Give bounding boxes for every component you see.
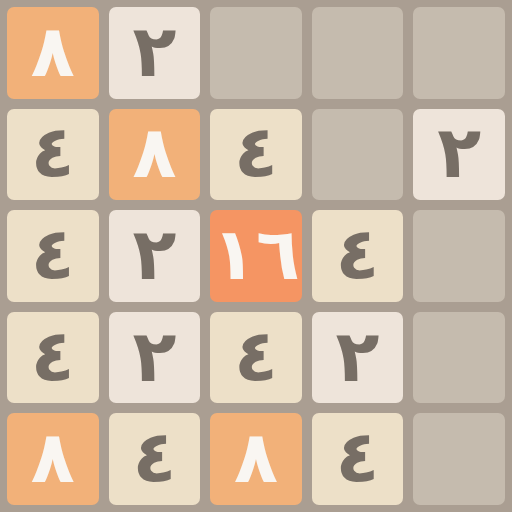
tile-number: ٤ bbox=[31, 218, 75, 290]
tile-2-r3c2: ٢ bbox=[109, 210, 201, 302]
tile-4-r2c1: ٤ bbox=[7, 109, 99, 201]
tile-number: ٤ bbox=[336, 421, 380, 493]
tile-number: ٤ bbox=[234, 116, 278, 188]
tile-4-r5c4: ٤ bbox=[312, 413, 404, 505]
tile-number: ٨ bbox=[234, 421, 278, 493]
empty-cell-r1c4 bbox=[312, 7, 404, 99]
tile-8-r5c3: ٨ bbox=[210, 413, 302, 505]
tile-number: ٢ bbox=[336, 320, 380, 392]
tile-number: ٨ bbox=[132, 116, 176, 188]
tile-2-r4c4: ٢ bbox=[312, 312, 404, 404]
empty-cell-r5c5 bbox=[413, 413, 505, 505]
tile-4-r4c3: ٤ bbox=[210, 312, 302, 404]
tile-2-r1c2: ٢ bbox=[109, 7, 201, 99]
tile-4-r2c3: ٤ bbox=[210, 109, 302, 201]
tile-number: ٨ bbox=[31, 15, 75, 87]
tile-8-r1c1: ٨ bbox=[7, 7, 99, 99]
tile-4-r3c1: ٤ bbox=[7, 210, 99, 302]
tile-number: ٨ bbox=[31, 421, 75, 493]
tile-number: ٢ bbox=[132, 218, 176, 290]
tile-16-r3c3: ١٦ bbox=[210, 210, 302, 302]
tile-number: ٤ bbox=[234, 320, 278, 392]
tile-2-r2c5: ٢ bbox=[413, 109, 505, 201]
board[interactable]: ٨٢٤٨٤٢٤٢١٦٤٤٢٤٢٨٤٨٤ bbox=[0, 0, 512, 512]
empty-cell-r2c4 bbox=[312, 109, 404, 201]
tile-number: ٤ bbox=[31, 116, 75, 188]
tile-2-r4c2: ٢ bbox=[109, 312, 201, 404]
tile-number: ٤ bbox=[336, 218, 380, 290]
tile-number: ١٦ bbox=[212, 218, 300, 290]
tile-4-r4c1: ٤ bbox=[7, 312, 99, 404]
empty-cell-r1c5 bbox=[413, 7, 505, 99]
tile-8-r5c1: ٨ bbox=[7, 413, 99, 505]
tile-8-r2c2: ٨ bbox=[109, 109, 201, 201]
tile-number: ٢ bbox=[132, 320, 176, 392]
tile-4-r5c2: ٤ bbox=[109, 413, 201, 505]
empty-cell-r1c3 bbox=[210, 7, 302, 99]
tile-number: ٤ bbox=[132, 421, 176, 493]
tile-number: ٤ bbox=[31, 320, 75, 392]
empty-cell-r4c5 bbox=[413, 312, 505, 404]
tile-4-r3c4: ٤ bbox=[312, 210, 404, 302]
tile-number: ٢ bbox=[132, 15, 176, 87]
empty-cell-r3c5 bbox=[413, 210, 505, 302]
tile-number: ٢ bbox=[437, 116, 481, 188]
